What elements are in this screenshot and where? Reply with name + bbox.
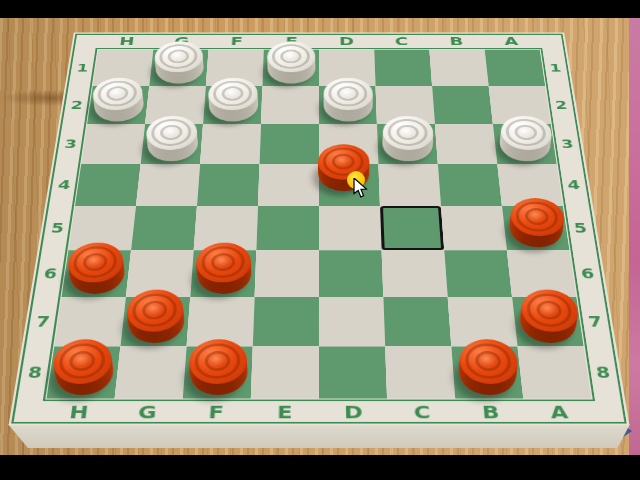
square-a8[interactable] xyxy=(518,346,592,398)
video-frame: HHGGFFEEDDCCBBAA1122334455667788 xyxy=(0,0,640,480)
square-a1[interactable] xyxy=(485,50,546,86)
square-e6[interactable] xyxy=(255,250,319,297)
column-label-top-c: C xyxy=(374,34,430,49)
square-b1[interactable] xyxy=(429,50,488,86)
piece-white-g1[interactable] xyxy=(154,52,204,83)
column-label-top-b: B xyxy=(428,34,484,49)
square-d6[interactable] xyxy=(319,250,383,297)
video-artifact-strip xyxy=(629,18,640,455)
square-e8[interactable] xyxy=(251,346,319,398)
piece-white-h2[interactable] xyxy=(92,89,145,121)
piece-red-b8[interactable] xyxy=(457,350,518,395)
piece-white-f2[interactable] xyxy=(208,89,259,121)
square-c6[interactable] xyxy=(382,250,448,297)
square-d8[interactable] xyxy=(319,346,387,398)
piece-red-h6[interactable] xyxy=(67,254,126,294)
column-label-bottom-f: F xyxy=(181,400,251,423)
piece-red-d4[interactable] xyxy=(318,155,370,190)
column-label-top-h: H xyxy=(98,34,155,49)
square-b2[interactable] xyxy=(432,86,493,124)
piece-white-d2[interactable] xyxy=(323,89,372,121)
square-c1[interactable] xyxy=(374,50,432,86)
column-label-top-f: F xyxy=(209,34,265,49)
board-side-face xyxy=(8,424,630,448)
piece-red-h8[interactable] xyxy=(52,350,115,395)
piece-red-a7[interactable] xyxy=(517,301,578,343)
letterbox-top xyxy=(0,0,640,18)
piece-red-f8[interactable] xyxy=(188,350,248,395)
column-label-top-a: A xyxy=(483,34,540,49)
column-label-bottom-d: D xyxy=(319,400,388,423)
piece-red-f6[interactable] xyxy=(195,254,251,294)
column-label-bottom-b: B xyxy=(455,400,526,423)
square-b6[interactable] xyxy=(444,250,512,297)
square-c8[interactable] xyxy=(385,346,455,398)
column-label-bottom-g: G xyxy=(112,400,183,423)
square-g8[interactable] xyxy=(115,346,187,398)
column-label-bottom-a: A xyxy=(524,400,596,423)
column-label-bottom-c: C xyxy=(387,400,457,423)
square-e2[interactable] xyxy=(261,86,319,124)
piece-red-g7[interactable] xyxy=(126,301,186,343)
checkers-board: HHGGFFEEDDCCBBAA1122334455667788 xyxy=(9,33,630,426)
letterbox-bottom xyxy=(0,455,640,480)
column-label-bottom-e: E xyxy=(250,400,319,423)
piece-white-e1[interactable] xyxy=(267,52,315,83)
row-label-right-6: 6 xyxy=(571,250,605,297)
column-label-top-d: D xyxy=(319,34,374,49)
column-label-bottom-h: H xyxy=(43,400,115,423)
